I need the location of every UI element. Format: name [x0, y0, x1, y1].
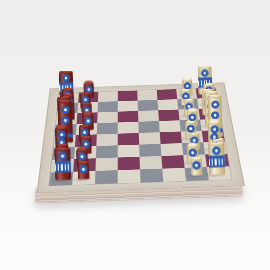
square-r3c3: [118, 122, 139, 134]
square-r7c3: [118, 169, 141, 183]
square-r6c2: [95, 158, 117, 171]
piece-cream-rook: [208, 142, 225, 175]
square-r3c2: [97, 122, 118, 134]
square-r4c3: [118, 133, 139, 145]
square-r7c4: [140, 169, 163, 183]
square-r1c3: [118, 101, 138, 112]
square-r5c3: [118, 145, 140, 158]
piece-paint-decoration: [54, 148, 71, 181]
square-r3c5: [159, 120, 181, 132]
square-r5c4: [139, 144, 161, 157]
piece-red-pawn: [77, 161, 89, 180]
chess-set-photo: [0, 0, 270, 270]
square-r4c2: [96, 134, 117, 146]
square-r2c5: [158, 110, 179, 121]
piece-cream-pawn: [190, 157, 202, 176]
square-r2c3: [118, 111, 139, 123]
chess-board: [37, 82, 245, 193]
piece-paint-decoration: [190, 157, 202, 176]
piece-paint-decoration: [208, 142, 225, 175]
square-r5c5: [161, 143, 184, 156]
photo-background: [0, 0, 270, 270]
piece-red-rook: [54, 148, 71, 181]
square-r3c4: [138, 121, 159, 133]
square-r7c5: [162, 168, 186, 182]
square-r1c2: [98, 101, 118, 112]
square-r2c2: [97, 112, 118, 124]
square-r6c4: [140, 156, 163, 169]
square-r6c3: [118, 157, 140, 170]
square-r2c4: [138, 110, 159, 121]
square-r1c4: [138, 100, 159, 111]
piece-paint-decoration: [77, 161, 89, 180]
square-r4c4: [139, 132, 161, 144]
square-r7c2: [95, 170, 118, 184]
square-r5c2: [96, 145, 118, 158]
